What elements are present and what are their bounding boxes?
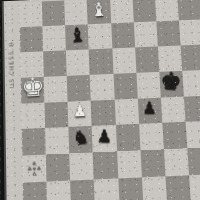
square-e2 [117,151,142,179]
chess-board-photo: ♔ US CHESS ♣♣♦♣♣♝♝♚♚♟♟♞♟ [2,0,200,200]
square-h1 [189,174,200,200]
square-f4 [137,97,162,124]
square-d2 [93,152,118,180]
square-e5 [113,72,137,99]
square-f5 [136,71,161,98]
square-g8 [155,0,179,21]
square-h6 [180,44,200,70]
square-e6 [112,47,136,73]
square-a7 [20,26,43,52]
square-f7 [133,21,157,47]
square-f3 [139,123,164,150]
square-f2 [140,150,165,178]
square-g5 [159,70,184,97]
square-a6 [20,51,44,77]
board-logo-emblem: ♣♣♦♣♣ [27,161,41,177]
square-h7 [179,19,200,45]
square-c8 [65,0,89,25]
square-a4 [21,102,45,129]
square-g6 [158,45,182,71]
square-a1 [23,182,47,200]
square-e1 [118,178,143,200]
square-e8 [110,0,134,23]
square-b3 [45,127,69,155]
square-g3 [162,122,187,149]
square-d4 [91,99,115,126]
square-c4 [68,100,92,127]
square-h2 [187,148,200,176]
square-a3 [22,128,46,156]
square-b2 [46,154,70,182]
square-e4 [114,98,139,125]
square-c6 [66,49,90,75]
board-grid: ♣♣♦♣♣♝♝♚♚♟♟♞♟ [19,0,200,200]
square-e7 [111,22,135,48]
square-b5 [44,75,68,102]
square-b8 [42,1,65,27]
square-a5 [21,76,45,103]
square-e3 [115,124,140,151]
square-h5 [182,70,200,97]
square-d3 [92,125,117,153]
square-d5 [90,73,114,100]
square-c1 [70,180,95,200]
square-c7 [65,24,89,50]
square-d6 [89,48,113,74]
square-h8 [177,0,200,20]
square-f1 [142,176,167,200]
square-f8 [132,0,156,22]
square-g1 [165,175,190,200]
square-g4 [161,96,186,123]
square-b7 [43,25,67,51]
crown-icon: ♔ [8,41,14,49]
square-f6 [135,46,159,72]
square-b4 [45,101,69,128]
board-brand-text: US CHESS [7,51,15,89]
square-h4 [184,95,200,122]
square-c5 [67,74,91,101]
square-d8 [87,0,111,24]
square-d7 [88,23,112,49]
square-d1 [94,179,119,200]
square-c3 [69,126,93,154]
square-a8 [19,1,42,27]
square-b6 [43,50,67,76]
square-h3 [185,121,200,148]
square-c2 [69,153,94,181]
square-g2 [164,149,189,177]
square-a2: ♣♣♦♣♣ [22,155,46,183]
square-b1 [47,181,72,200]
square-g7 [156,20,180,46]
